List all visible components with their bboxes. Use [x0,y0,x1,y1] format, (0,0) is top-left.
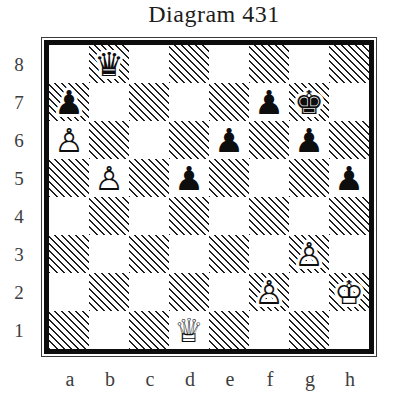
square-d6 [169,121,209,159]
square-e5 [209,159,249,197]
piece-black-pawn: ♟ [334,162,364,195]
square-d4 [169,197,209,235]
square-b1 [89,311,129,349]
square-b3 [89,235,129,273]
square-a1 [49,311,89,349]
piece-black-queen: ♛ [94,48,124,81]
square-g3: ♙ [289,235,329,273]
square-b7 [89,83,129,121]
piece-white-pawn: ♙ [94,162,124,195]
square-g7: ♚ [289,83,329,121]
square-f5 [249,159,289,197]
square-g2 [289,273,329,311]
square-c2 [129,273,169,311]
square-b6 [89,121,129,159]
rank-label-1: 1 [0,312,38,350]
square-h4 [329,197,369,235]
file-labels: abcdefgh [50,366,370,392]
square-a5 [49,159,89,197]
file-label-a: a [50,366,90,392]
square-h1 [329,311,369,349]
square-d7 [169,83,209,121]
piece-black-pawn: ♟ [174,162,204,195]
square-f6 [249,121,289,159]
board-inner-border: ♛♟♟♚♙♟♟♙♟♟♙♙♔♕ [44,40,374,354]
piece-black-pawn: ♟ [214,124,244,157]
square-g4 [289,197,329,235]
square-g1 [289,311,329,349]
square-d2 [169,273,209,311]
rank-label-3: 3 [0,236,38,274]
square-e2 [209,273,249,311]
square-a4 [49,197,89,235]
piece-black-pawn: ♟ [294,124,324,157]
rank-label-5: 5 [0,160,38,198]
square-f2: ♙ [249,273,289,311]
rank-label-4: 4 [0,198,38,236]
rank-labels: 87654321 [0,46,38,350]
piece-white-pawn: ♙ [54,124,84,157]
square-h3 [329,235,369,273]
square-e6: ♟ [209,121,249,159]
piece-white-pawn: ♙ [294,238,324,271]
square-e3 [209,235,249,273]
piece-white-king: ♔ [334,276,364,309]
square-g5 [289,159,329,197]
square-c6 [129,121,169,159]
square-b4 [89,197,129,235]
square-d1: ♕ [169,311,209,349]
file-label-e: e [210,366,250,392]
square-e8 [209,45,249,83]
square-c8 [129,45,169,83]
rank-label-7: 7 [0,84,38,122]
square-f8 [249,45,289,83]
file-label-g: g [290,366,330,392]
square-g8 [289,45,329,83]
square-a2 [49,273,89,311]
square-b2 [89,273,129,311]
square-c4 [129,197,169,235]
square-f7: ♟ [249,83,289,121]
rank-label-2: 2 [0,274,38,312]
rank-label-6: 6 [0,122,38,160]
square-f1 [249,311,289,349]
square-d8 [169,45,209,83]
rank-label-8: 8 [0,46,38,84]
piece-white-pawn: ♙ [254,276,284,309]
piece-black-pawn: ♟ [254,86,284,119]
file-label-c: c [130,366,170,392]
board-frame: ♛♟♟♚♙♟♟♙♟♟♙♙♔♕ [41,37,377,357]
file-label-f: f [250,366,290,392]
square-e4 [209,197,249,235]
square-c1 [129,311,169,349]
diagram-title: Diagram 431 [28,1,400,28]
square-h8 [329,45,369,83]
square-f3 [249,235,289,273]
square-d3 [169,235,209,273]
square-h5: ♟ [329,159,369,197]
piece-black-king: ♚ [294,86,324,119]
file-label-d: d [170,366,210,392]
square-a3 [49,235,89,273]
piece-black-pawn: ♟ [54,86,84,119]
square-a6: ♙ [49,121,89,159]
square-b5: ♙ [89,159,129,197]
square-h2: ♔ [329,273,369,311]
square-c5 [129,159,169,197]
square-a7: ♟ [49,83,89,121]
square-a8 [49,45,89,83]
file-label-b: b [90,366,130,392]
square-h7 [329,83,369,121]
square-b8: ♛ [89,45,129,83]
piece-white-queen: ♕ [174,314,204,347]
board-grid: ♛♟♟♚♙♟♟♙♟♟♙♙♔♕ [49,45,369,349]
square-e7 [209,83,249,121]
square-h6 [329,121,369,159]
square-c3 [129,235,169,273]
square-e1 [209,311,249,349]
square-d5: ♟ [169,159,209,197]
file-label-h: h [330,366,370,392]
square-g6: ♟ [289,121,329,159]
square-f4 [249,197,289,235]
square-c7 [129,83,169,121]
